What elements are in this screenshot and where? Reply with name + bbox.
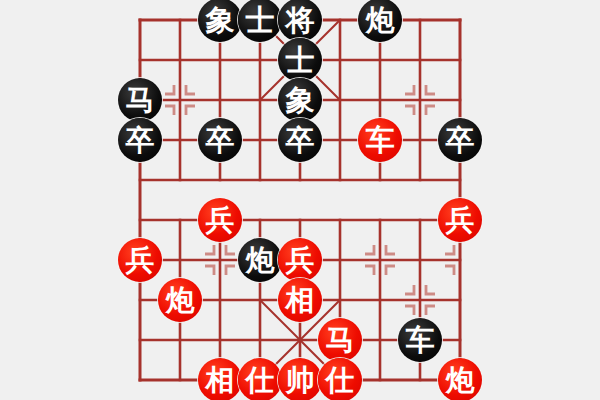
piece-red-horse[interactable]: 马 (318, 318, 362, 362)
xiangqi-board-screen: 象士将炮士马象卒卒卒车卒兵兵兵炮兵炮相马车相仕帅仕炮 (0, 0, 600, 400)
piece-black-chariot[interactable]: 车 (398, 318, 442, 362)
piece-red-elephant[interactable]: 相 (198, 358, 242, 400)
piece-red-elephant[interactable]: 相 (278, 278, 322, 322)
piece-red-cannon[interactable]: 炮 (158, 278, 202, 322)
piece-black-elephant[interactable]: 象 (198, 0, 242, 42)
piece-black-advisor[interactable]: 士 (238, 0, 282, 42)
piece-black-general[interactable]: 将 (278, 0, 322, 42)
piece-black-soldier[interactable]: 卒 (438, 118, 482, 162)
piece-red-soldier[interactable]: 兵 (278, 238, 322, 282)
piece-red-soldier[interactable]: 兵 (198, 198, 242, 242)
piece-black-cannon[interactable]: 炮 (238, 238, 282, 282)
piece-red-soldier[interactable]: 兵 (118, 238, 162, 282)
piece-red-advisor[interactable]: 仕 (238, 358, 282, 400)
piece-black-soldier[interactable]: 卒 (198, 118, 242, 162)
piece-red-chariot[interactable]: 车 (358, 118, 402, 162)
piece-black-soldier[interactable]: 卒 (278, 118, 322, 162)
piece-red-general[interactable]: 帅 (278, 358, 322, 400)
piece-black-cannon[interactable]: 炮 (358, 0, 402, 42)
pieces-layer: 象士将炮士马象卒卒卒车卒兵兵兵炮兵炮相马车相仕帅仕炮 (0, 0, 600, 400)
piece-red-advisor[interactable]: 仕 (318, 358, 362, 400)
piece-red-soldier[interactable]: 兵 (438, 198, 482, 242)
piece-red-cannon[interactable]: 炮 (438, 358, 482, 400)
piece-black-horse[interactable]: 马 (118, 78, 162, 122)
piece-black-soldier[interactable]: 卒 (118, 118, 162, 162)
piece-black-advisor[interactable]: 士 (278, 38, 322, 82)
piece-black-elephant[interactable]: 象 (278, 78, 322, 122)
